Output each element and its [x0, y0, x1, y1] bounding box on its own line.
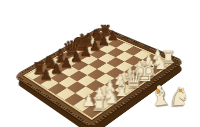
board-grid: ♜♞♝♛♚♝♞♜♟♟♟♟♟♟♟♟♟♟♟♟♟♟♟♟♜♞♝♛♚♝♞♜ — [23, 31, 174, 120]
chess-board: ♜♞♝♛♚♝♞♜♟♟♟♟♟♟♟♟♟♟♟♟♟♟♟♟♜♞♝♛♚♝♞♜ — [14, 27, 185, 127]
accent-dot — [156, 89, 159, 92]
board-frame: ♜♞♝♛♚♝♞♜♟♟♟♟♟♟♟♟♟♟♟♟♟♟♟♟♜♞♝♛♚♝♞♜ — [14, 27, 185, 127]
square-g3 — [125, 56, 143, 66]
accent-dot — [180, 89, 183, 92]
chess-set-scene: ♜♞♝♛♚♝♞♜♟♟♟♟♟♟♟♟♟♟♟♟♟♟♟♟♜♞♝♛♚♝♞♜ ♝ ♞ — [0, 0, 200, 127]
spare-white-knight: ♞ — [167, 83, 191, 109]
